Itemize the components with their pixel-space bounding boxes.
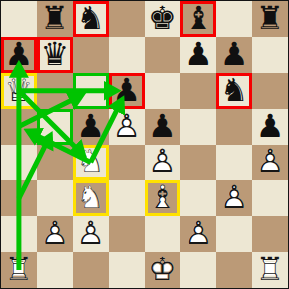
square-f5[interactable] — [180, 109, 216, 145]
square-c4[interactable]: ♞♘ — [73, 145, 109, 181]
square-h7[interactable] — [252, 37, 288, 73]
square-h2[interactable] — [252, 216, 288, 252]
square-f8[interactable]: ♝ — [180, 1, 216, 37]
square-h3[interactable] — [252, 180, 288, 216]
piece-white-bishop-e3[interactable]: ♝♗ — [145, 180, 181, 216]
square-c5[interactable]: ♟ — [73, 109, 109, 145]
square-f7[interactable]: ♟ — [180, 37, 216, 73]
square-a6[interactable]: ♛♕ — [1, 73, 37, 109]
square-d3[interactable] — [109, 180, 145, 216]
square-g1[interactable] — [216, 252, 252, 288]
piece-black-king-e8[interactable]: ♚ — [145, 1, 181, 37]
square-f4[interactable] — [180, 145, 216, 181]
piece-black-pawn-f7[interactable]: ♟ — [180, 37, 216, 73]
square-e8[interactable]: ♚ — [145, 1, 181, 37]
piece-white-rook-a1[interactable]: ♜♖ — [1, 252, 37, 288]
piece-white-pawn-d5[interactable]: ♟♙ — [109, 109, 145, 145]
square-g7[interactable]: ♟ — [216, 37, 252, 73]
square-b6[interactable] — [37, 73, 73, 109]
square-b7[interactable]: ♛ — [37, 37, 73, 73]
square-a7[interactable]: ♟ — [1, 37, 37, 73]
piece-white-queen-a6[interactable]: ♛♕ — [1, 73, 37, 109]
square-a2[interactable] — [1, 216, 37, 252]
piece-black-bishop-f8[interactable]: ♝ — [180, 1, 216, 37]
piece-white-king-e1[interactable]: ♚♔ — [145, 252, 181, 288]
square-c2[interactable]: ♟♙ — [73, 216, 109, 252]
piece-black-pawn-h5[interactable]: ♟ — [252, 109, 288, 145]
square-h6[interactable] — [252, 73, 288, 109]
square-e2[interactable] — [145, 216, 181, 252]
square-a1[interactable]: ♜♖ — [1, 252, 37, 288]
square-f1[interactable] — [180, 252, 216, 288]
piece-black-rook-h8[interactable]: ♜ — [252, 1, 288, 37]
square-c3[interactable]: ♞♘ — [73, 180, 109, 216]
piece-white-pawn-f2[interactable]: ♟♙ — [180, 216, 216, 252]
square-b8[interactable]: ♜ — [37, 1, 73, 37]
square-c7[interactable] — [73, 37, 109, 73]
square-e5[interactable]: ♟ — [145, 109, 181, 145]
piece-white-pawn-c2[interactable]: ♟♙ — [73, 216, 109, 252]
piece-black-pawn-c5[interactable]: ♟ — [73, 109, 109, 145]
square-g2[interactable] — [216, 216, 252, 252]
square-g3[interactable]: ♟♙ — [216, 180, 252, 216]
square-b1[interactable] — [37, 252, 73, 288]
square-c6[interactable] — [73, 73, 109, 109]
square-a3[interactable] — [1, 180, 37, 216]
square-h4[interactable]: ♟♙ — [252, 145, 288, 181]
square-f2[interactable]: ♟♙ — [180, 216, 216, 252]
square-d8[interactable] — [109, 1, 145, 37]
square-b3[interactable] — [37, 180, 73, 216]
square-h1[interactable]: ♜♖ — [252, 252, 288, 288]
chess-analysis-stage: ♜♞♚♝♜♟♛♟♟♛♕♟♞♟♟♙♟♟♞♘♟♙♟♙♞♘♝♗♟♙♟♙♟♙♟♙♜♖♚♔… — [0, 0, 289, 289]
square-c8[interactable]: ♞ — [73, 1, 109, 37]
square-d1[interactable] — [109, 252, 145, 288]
square-f6[interactable] — [180, 73, 216, 109]
piece-black-knight-g6[interactable]: ♞ — [216, 73, 252, 109]
square-a4[interactable] — [1, 145, 37, 181]
square-g5[interactable] — [216, 109, 252, 145]
square-e7[interactable] — [145, 37, 181, 73]
square-d4[interactable] — [109, 145, 145, 181]
piece-white-pawn-h4[interactable]: ♟♙ — [252, 145, 288, 181]
piece-white-pawn-e4[interactable]: ♟♙ — [145, 145, 181, 181]
piece-black-rook-b8[interactable]: ♜ — [37, 1, 73, 37]
piece-black-knight-c8[interactable]: ♞ — [73, 1, 109, 37]
square-d5[interactable]: ♟♙ — [109, 109, 145, 145]
piece-black-pawn-e5[interactable]: ♟ — [145, 109, 181, 145]
square-g6[interactable]: ♞ — [216, 73, 252, 109]
piece-white-pawn-g3[interactable]: ♟♙ — [216, 180, 252, 216]
square-h5[interactable]: ♟ — [252, 109, 288, 145]
square-e4[interactable]: ♟♙ — [145, 145, 181, 181]
square-a8[interactable] — [1, 1, 37, 37]
square-g8[interactable] — [216, 1, 252, 37]
square-d7[interactable] — [109, 37, 145, 73]
piece-white-knight-c3[interactable]: ♞♘ — [73, 180, 109, 216]
piece-white-rook-h1[interactable]: ♜♖ — [252, 252, 288, 288]
square-b5[interactable] — [37, 109, 73, 145]
piece-black-pawn-a7[interactable]: ♟ — [1, 37, 37, 73]
piece-black-pawn-d6[interactable]: ♟ — [109, 73, 145, 109]
piece-black-pawn-g7[interactable]: ♟ — [216, 37, 252, 73]
square-d6[interactable]: ♟ — [109, 73, 145, 109]
square-e3[interactable]: ♝♗ — [145, 180, 181, 216]
square-c1[interactable] — [73, 252, 109, 288]
square-e6[interactable] — [145, 73, 181, 109]
square-b4[interactable] — [37, 145, 73, 181]
square-a5[interactable] — [1, 109, 37, 145]
piece-white-pawn-b2[interactable]: ♟♙ — [37, 216, 73, 252]
square-f3[interactable] — [180, 180, 216, 216]
piece-black-queen-b7[interactable]: ♛ — [37, 37, 73, 73]
square-h8[interactable]: ♜ — [252, 1, 288, 37]
square-b2[interactable]: ♟♙ — [37, 216, 73, 252]
square-g4[interactable] — [216, 145, 252, 181]
piece-white-knight-c4[interactable]: ♞♘ — [73, 145, 109, 181]
chess-board[interactable]: ♜♞♚♝♜♟♛♟♟♛♕♟♞♟♟♙♟♟♞♘♟♙♟♙♞♘♝♗♟♙♟♙♟♙♟♙♜♖♚♔… — [0, 0, 289, 289]
square-d2[interactable] — [109, 216, 145, 252]
square-e1[interactable]: ♚♔ — [145, 252, 181, 288]
